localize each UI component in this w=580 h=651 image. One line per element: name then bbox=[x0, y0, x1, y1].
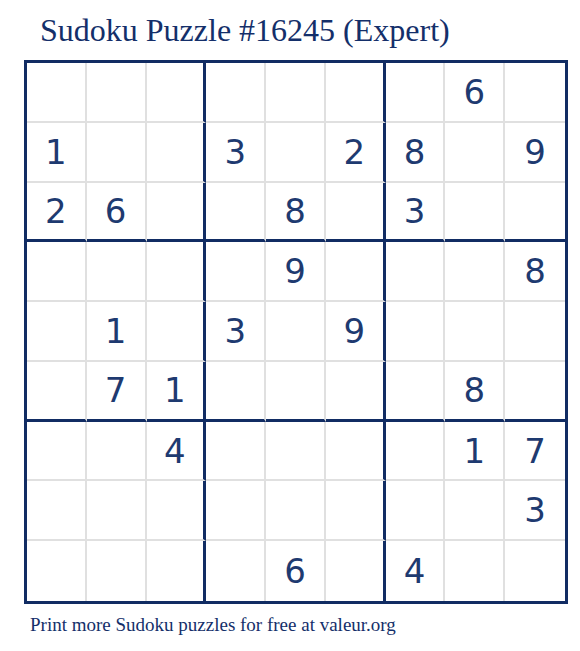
sudoku-cell-r2c2[interactable] bbox=[87, 123, 147, 183]
sudoku-cell-r7c2[interactable] bbox=[87, 422, 147, 482]
sudoku-cell-r8c3[interactable] bbox=[147, 481, 207, 541]
sudoku-cell-r1c1[interactable] bbox=[27, 63, 87, 123]
sudoku-cell-r7c9[interactable]: 7 bbox=[505, 422, 565, 482]
sudoku-cell-r8c6[interactable] bbox=[326, 481, 386, 541]
sudoku-cell-r8c9[interactable]: 3 bbox=[505, 481, 565, 541]
sudoku-cell-r1c2[interactable] bbox=[87, 63, 147, 123]
sudoku-cell-r3c2[interactable]: 6 bbox=[87, 183, 147, 243]
sudoku-cell-r3c1[interactable]: 2 bbox=[27, 183, 87, 243]
sudoku-cell-r7c3[interactable]: 4 bbox=[147, 422, 207, 482]
sudoku-cell-r2c8[interactable] bbox=[445, 123, 505, 183]
sudoku-cell-r9c4[interactable] bbox=[206, 541, 266, 601]
sudoku-cell-r4c4[interactable] bbox=[206, 242, 266, 302]
sudoku-cell-r6c6[interactable] bbox=[326, 362, 386, 422]
sudoku-cell-r3c5[interactable]: 8 bbox=[266, 183, 326, 243]
sudoku-cell-r9c6[interactable] bbox=[326, 541, 386, 601]
sudoku-cell-r5c1[interactable] bbox=[27, 302, 87, 362]
sudoku-cell-r5c9[interactable] bbox=[505, 302, 565, 362]
sudoku-cell-r1c6[interactable] bbox=[326, 63, 386, 123]
sudoku-cell-r6c9[interactable] bbox=[505, 362, 565, 422]
sudoku-cell-r9c1[interactable] bbox=[27, 541, 87, 601]
sudoku-cell-r7c5[interactable] bbox=[266, 422, 326, 482]
sudoku-cell-r7c6[interactable] bbox=[326, 422, 386, 482]
sudoku-cell-r4c5[interactable]: 9 bbox=[266, 242, 326, 302]
sudoku-cell-r4c8[interactable] bbox=[445, 242, 505, 302]
sudoku-cell-r1c9[interactable] bbox=[505, 63, 565, 123]
sudoku-cell-r2c4[interactable]: 3 bbox=[206, 123, 266, 183]
sudoku-cell-r8c4[interactable] bbox=[206, 481, 266, 541]
sudoku-cell-r1c3[interactable] bbox=[147, 63, 207, 123]
sudoku-cell-r2c3[interactable] bbox=[147, 123, 207, 183]
sudoku-cell-r4c3[interactable] bbox=[147, 242, 207, 302]
sudoku-cell-r6c4[interactable] bbox=[206, 362, 266, 422]
sudoku-cell-r1c8[interactable]: 6 bbox=[445, 63, 505, 123]
sudoku-cell-r1c5[interactable] bbox=[266, 63, 326, 123]
page-title: Sudoku Puzzle #16245 (Expert) bbox=[40, 12, 450, 49]
sudoku-cell-r4c2[interactable] bbox=[87, 242, 147, 302]
sudoku-cell-r4c7[interactable] bbox=[386, 242, 446, 302]
sudoku-cell-r5c7[interactable] bbox=[386, 302, 446, 362]
sudoku-cell-r6c8[interactable]: 8 bbox=[445, 362, 505, 422]
sudoku-cell-r5c5[interactable] bbox=[266, 302, 326, 362]
sudoku-cell-r2c9[interactable]: 9 bbox=[505, 123, 565, 183]
sudoku-cell-r3c3[interactable] bbox=[147, 183, 207, 243]
sudoku-cell-r5c3[interactable] bbox=[147, 302, 207, 362]
sudoku-cell-r5c2[interactable]: 1 bbox=[87, 302, 147, 362]
sudoku-cell-r9c3[interactable] bbox=[147, 541, 207, 601]
sudoku-cell-r8c8[interactable] bbox=[445, 481, 505, 541]
sudoku-cell-r3c4[interactable] bbox=[206, 183, 266, 243]
sudoku-cell-r3c9[interactable] bbox=[505, 183, 565, 243]
sudoku-cell-r5c4[interactable]: 3 bbox=[206, 302, 266, 362]
sudoku-cell-r6c1[interactable] bbox=[27, 362, 87, 422]
sudoku-cell-r6c7[interactable] bbox=[386, 362, 446, 422]
sudoku-cell-r8c2[interactable] bbox=[87, 481, 147, 541]
sudoku-cell-r5c8[interactable] bbox=[445, 302, 505, 362]
sudoku-cell-r7c1[interactable] bbox=[27, 422, 87, 482]
sudoku-cell-r5c6[interactable]: 9 bbox=[326, 302, 386, 362]
footer-text: Print more Sudoku puzzles for free at va… bbox=[30, 614, 396, 636]
sudoku-cell-r4c6[interactable] bbox=[326, 242, 386, 302]
sudoku-cell-r2c7[interactable]: 8 bbox=[386, 123, 446, 183]
sudoku-cell-r9c7[interactable]: 4 bbox=[386, 541, 446, 601]
sudoku-cell-r3c6[interactable] bbox=[326, 183, 386, 243]
sudoku-cell-r6c5[interactable] bbox=[266, 362, 326, 422]
sudoku-cell-r3c7[interactable]: 3 bbox=[386, 183, 446, 243]
sudoku-cell-r7c8[interactable]: 1 bbox=[445, 422, 505, 482]
sudoku-cell-r8c1[interactable] bbox=[27, 481, 87, 541]
sudoku-cell-r8c5[interactable] bbox=[266, 481, 326, 541]
sudoku-page: Sudoku Puzzle #16245 (Expert) 6132892683… bbox=[0, 0, 580, 651]
sudoku-cell-r9c8[interactable] bbox=[445, 541, 505, 601]
sudoku-cell-r1c4[interactable] bbox=[206, 63, 266, 123]
sudoku-cell-r2c6[interactable]: 2 bbox=[326, 123, 386, 183]
sudoku-cell-r4c1[interactable] bbox=[27, 242, 87, 302]
sudoku-cell-r9c5[interactable]: 6 bbox=[266, 541, 326, 601]
sudoku-cell-r6c3[interactable]: 1 bbox=[147, 362, 207, 422]
sudoku-cell-r6c2[interactable]: 7 bbox=[87, 362, 147, 422]
sudoku-cell-r2c1[interactable]: 1 bbox=[27, 123, 87, 183]
sudoku-board: 613289268398139718417364 bbox=[24, 60, 568, 604]
sudoku-cell-r1c7[interactable] bbox=[386, 63, 446, 123]
sudoku-cell-r9c2[interactable] bbox=[87, 541, 147, 601]
sudoku-cell-r7c4[interactable] bbox=[206, 422, 266, 482]
sudoku-cell-r3c8[interactable] bbox=[445, 183, 505, 243]
sudoku-cell-r7c7[interactable] bbox=[386, 422, 446, 482]
sudoku-cell-r4c9[interactable]: 8 bbox=[505, 242, 565, 302]
sudoku-cell-r8c7[interactable] bbox=[386, 481, 446, 541]
sudoku-cell-r2c5[interactable] bbox=[266, 123, 326, 183]
